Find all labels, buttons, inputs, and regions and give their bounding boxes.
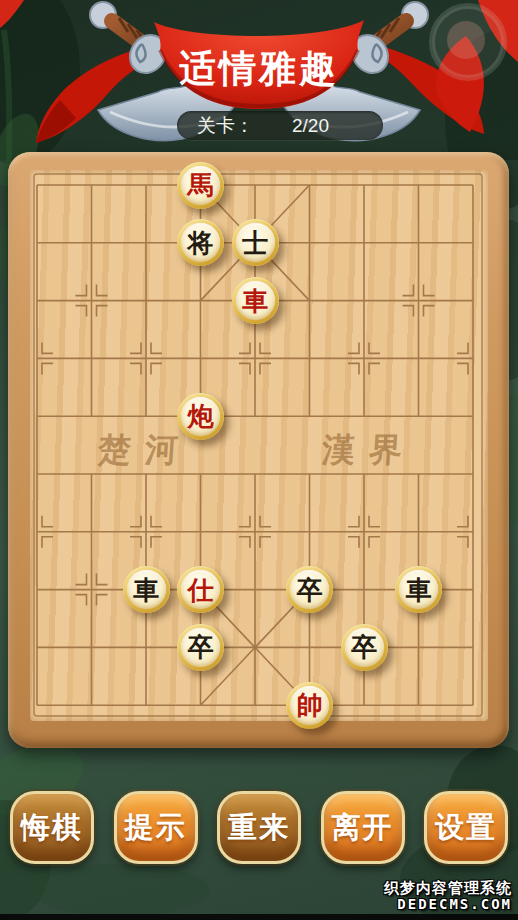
piece-glyph: 卒 [290, 570, 329, 609]
bottom-strip [0, 914, 518, 920]
piece-red-chariot[interactable]: 車 [232, 277, 279, 324]
piece-red-horse[interactable]: 馬 [177, 162, 224, 209]
level-value: 2/20 [292, 115, 329, 137]
piece-black-pawn-left[interactable]: 卒 [177, 624, 224, 671]
level-label: 关卡： [197, 113, 254, 139]
banner-title: 适情雅趣 [0, 44, 518, 94]
piece-black-chariot-right[interactable]: 車 [395, 566, 442, 613]
piece-black-general[interactable]: 将 [177, 219, 224, 266]
piece-glyph: 馬 [181, 166, 220, 205]
piece-red-cannon[interactable]: 炮 [177, 393, 224, 440]
piece-glyph: 車 [399, 570, 438, 609]
piece-glyph: 士 [236, 223, 275, 262]
hint-button[interactable]: 提示 [114, 791, 198, 864]
piece-glyph: 卒 [345, 628, 384, 667]
piece-glyph: 帥 [290, 686, 329, 725]
level-indicator: 关卡： 2/20 [177, 111, 383, 140]
ribbon-corner-top-left [0, 0, 24, 28]
ribbon-tail-left-fold [36, 100, 76, 143]
toolbar: 悔棋 提示 重来 离开 设置 [10, 791, 508, 864]
game-screen: 楚河 漢界 馬将士車炮車仕卒車卒卒帥 [0, 0, 518, 920]
piece-glyph: 仕 [181, 570, 220, 609]
piece-black-chariot-left[interactable]: 車 [123, 566, 170, 613]
piece-black-pawn-center[interactable]: 卒 [286, 566, 333, 613]
settings-button[interactable]: 设置 [424, 791, 508, 864]
leave-button[interactable]: 离开 [321, 791, 405, 864]
piece-glyph: 卒 [181, 628, 220, 667]
restart-button[interactable]: 重来 [217, 791, 301, 864]
watermark: 织梦内容管理系统 DEDECMS.COM [384, 879, 512, 912]
piece-black-pawn-right[interactable]: 卒 [341, 624, 388, 671]
undo-button[interactable]: 悔棋 [10, 791, 94, 864]
piece-black-advisor[interactable]: 士 [232, 219, 279, 266]
piece-glyph: 炮 [181, 397, 220, 436]
piece-glyph: 車 [236, 281, 275, 320]
watermark-line1: 织梦内容管理系统 [384, 879, 512, 896]
piece-glyph: 車 [127, 570, 166, 609]
piece-glyph: 将 [181, 223, 220, 262]
watermark-line2: DEDECMS.COM [384, 896, 512, 912]
piece-red-advisor[interactable]: 仕 [177, 566, 224, 613]
piece-red-general[interactable]: 帥 [286, 682, 333, 729]
